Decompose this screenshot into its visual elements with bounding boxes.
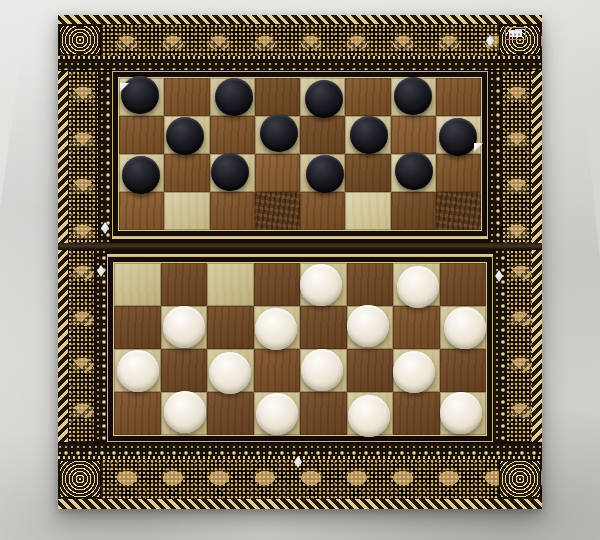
star-border-bottom: [58, 442, 542, 456]
square-r5c7[interactable]: ⛀: [440, 306, 487, 349]
square-r6c5[interactable]: [347, 349, 394, 392]
square-r1c2[interactable]: [210, 116, 255, 154]
square-r4c4[interactable]: ⛀: [300, 263, 347, 306]
white-checker-piece[interactable]: ⛀: [347, 305, 389, 347]
square-r3c0[interactable]: [119, 192, 164, 230]
white-checker-piece[interactable]: ⛀: [397, 266, 439, 308]
playing-area-frame: ⛀⛀⛀⛀⛀⛀⛀⛀⛀⛀⛀⛀⛀⛀: [107, 256, 493, 442]
square-r0c1[interactable]: [164, 78, 209, 116]
board-bottom-half: ⛀⛀⛀⛀⛀⛀⛀⛀⛀⛀⛀⛀⛀⛀: [58, 250, 542, 509]
square-r7c6[interactable]: [393, 392, 440, 435]
square-r1c0[interactable]: [119, 116, 164, 154]
square-r2c3[interactable]: [255, 154, 300, 192]
square-r3c4[interactable]: [300, 192, 345, 230]
square-r7c0[interactable]: [114, 392, 161, 435]
square-r4c2[interactable]: [207, 263, 254, 306]
hinge-edge: [112, 237, 488, 243]
square-r0c2[interactable]: ⛂: [210, 78, 255, 116]
square-r2c0[interactable]: ⛂: [119, 154, 164, 192]
square-r4c5[interactable]: [347, 263, 394, 306]
black-checker-piece[interactable]: ⛂: [439, 118, 477, 156]
checkerboard-top-rows: ⛂⛂⛂⛂⛂⛂⛂⛂⛂⛂⛂⛂: [118, 77, 482, 231]
square-r3c1[interactable]: [164, 192, 209, 230]
mosaic-border-left: [68, 71, 98, 243]
herringbone-border-bottom: [58, 499, 542, 509]
white-checker-piece[interactable]: ⛀: [163, 306, 205, 348]
checkerboard-bottom-rows: ⛀⛀⛀⛀⛀⛀⛀⛀⛀⛀⛀⛀⛀⛀: [113, 262, 487, 436]
herringbone-border-right: [532, 71, 542, 243]
white-checker-piece[interactable]: ⛀: [301, 349, 343, 391]
square-r7c4[interactable]: [300, 392, 347, 435]
square-r3c7[interactable]: [436, 192, 481, 230]
black-checker-piece[interactable]: ⛂: [305, 80, 343, 118]
square-r5c4[interactable]: [300, 306, 347, 349]
mosaic-border-right: [506, 250, 532, 442]
square-r5c3[interactable]: ⛀: [254, 306, 301, 349]
price-sticker: [505, 27, 526, 40]
white-checker-piece[interactable]: ⛀: [209, 352, 251, 394]
square-r6c4[interactable]: ⛀: [300, 349, 347, 392]
white-checker-piece[interactable]: ⛀: [440, 392, 482, 434]
square-r1c4[interactable]: [300, 116, 345, 154]
square-r2c4[interactable]: ⛂: [300, 154, 345, 192]
square-r7c3[interactable]: ⛀: [254, 392, 301, 435]
star-border-right: [488, 71, 502, 243]
square-r2c1[interactable]: [164, 154, 209, 192]
square-r6c3[interactable]: [254, 349, 301, 392]
white-checker-piece[interactable]: ⛀: [300, 264, 342, 306]
mosaic-border-left: [68, 250, 94, 442]
square-r4c6[interactable]: ⛀: [393, 263, 440, 306]
square-r0c3[interactable]: [255, 78, 300, 116]
square-r0c6[interactable]: ⛂: [391, 78, 436, 116]
square-r5c6[interactable]: [393, 306, 440, 349]
herringbone-border-left: [58, 250, 68, 442]
square-r3c3[interactable]: [255, 192, 300, 230]
mosaic-border-top: [58, 24, 542, 57]
square-r6c2[interactable]: ⛀: [207, 349, 254, 392]
square-r2c5[interactable]: [345, 154, 390, 192]
square-r0c5[interactable]: [345, 78, 390, 116]
black-checker-piece[interactable]: ⛂: [260, 114, 298, 152]
black-checker-piece[interactable]: ⛂: [215, 78, 253, 116]
square-r3c6[interactable]: [391, 192, 436, 230]
square-r7c7[interactable]: ⛀: [440, 392, 487, 435]
black-checker-piece[interactable]: ⛂: [121, 76, 159, 114]
square-r1c6[interactable]: [391, 116, 436, 154]
square-r6c7[interactable]: [440, 349, 487, 392]
square-r6c1[interactable]: [161, 349, 208, 392]
square-r2c2[interactable]: ⛂: [210, 154, 255, 192]
square-r4c3[interactable]: [254, 263, 301, 306]
black-checker-piece[interactable]: ⛂: [211, 153, 249, 191]
square-r6c0[interactable]: ⛀: [114, 349, 161, 392]
square-r1c5[interactable]: ⛂: [345, 116, 390, 154]
white-checker-piece[interactable]: ⛀: [444, 307, 486, 349]
square-r2c7[interactable]: [436, 154, 481, 192]
hinge-seam: [58, 243, 542, 250]
square-r7c1[interactable]: ⛀: [161, 392, 208, 435]
mosaic-border-right: [502, 71, 532, 243]
herringbone-border-left: [58, 71, 68, 243]
square-r7c5[interactable]: ⛀: [347, 392, 394, 435]
square-r0c4[interactable]: ⛂: [300, 78, 345, 116]
square-r6c6[interactable]: ⛀: [393, 349, 440, 392]
herringbone-border-right: [532, 250, 542, 442]
square-r4c1[interactable]: [161, 263, 208, 306]
board-top-half: ⛂⛂⛂⛂⛂⛂⛂⛂⛂⛂⛂⛂: [58, 15, 542, 243]
black-checker-piece[interactable]: ⛂: [394, 77, 432, 115]
square-r1c1[interactable]: ⛂: [164, 116, 209, 154]
white-checker-piece[interactable]: ⛀: [348, 395, 390, 437]
square-r4c0[interactable]: [114, 263, 161, 306]
black-checker-piece[interactable]: ⛂: [166, 117, 204, 155]
black-checker-piece[interactable]: ⛂: [395, 152, 433, 190]
square-r1c3[interactable]: ⛂: [255, 116, 300, 154]
square-r3c5[interactable]: [345, 192, 390, 230]
square-r0c7[interactable]: [436, 78, 481, 116]
black-checker-piece[interactable]: ⛂: [122, 156, 160, 194]
star-border-top: [58, 59, 542, 71]
white-checker-piece[interactable]: ⛀: [256, 393, 298, 435]
star-border-left: [94, 250, 107, 442]
star-border-left: [98, 71, 112, 243]
square-r5c2[interactable]: [207, 306, 254, 349]
square-r5c0[interactable]: [114, 306, 161, 349]
herringbone-border-top: [58, 15, 542, 24]
black-checker-piece[interactable]: ⛂: [350, 116, 388, 154]
square-r5c1[interactable]: ⛀: [161, 306, 208, 349]
checkers-board: ⛂⛂⛂⛂⛂⛂⛂⛂⛂⛂⛂⛂ ⛀⛀⛀⛀⛀⛀⛀⛀⛀⛀⛀⛀⛀⛀: [58, 15, 542, 509]
square-r7c2[interactable]: [207, 392, 254, 435]
black-checker-piece[interactable]: ⛂: [306, 155, 344, 193]
playing-area-frame: ⛂⛂⛂⛂⛂⛂⛂⛂⛂⛂⛂⛂: [112, 71, 488, 237]
square-r5c5[interactable]: ⛀: [347, 306, 394, 349]
square-r3c2[interactable]: [210, 192, 255, 230]
white-checker-piece[interactable]: ⛀: [117, 350, 159, 392]
white-checker-piece[interactable]: ⛀: [393, 351, 435, 393]
square-r4c7[interactable]: [440, 263, 487, 306]
square-r2c6[interactable]: ⛂: [391, 154, 436, 192]
white-checker-piece[interactable]: ⛀: [164, 391, 206, 433]
white-checker-piece[interactable]: ⛀: [255, 308, 297, 350]
